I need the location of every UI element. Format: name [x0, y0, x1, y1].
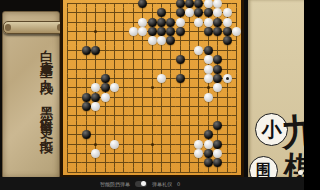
board-cell[interactable]	[129, 130, 138, 139]
board-cell[interactable]	[166, 27, 175, 36]
board-cell[interactable]	[166, 102, 175, 111]
board-cell[interactable]	[138, 0, 147, 8]
board-cell[interactable]	[222, 93, 231, 102]
board-cell[interactable]	[119, 74, 128, 83]
danmaku-toggle-knob[interactable]	[141, 181, 146, 186]
board-cell[interactable]	[72, 130, 81, 139]
board-cell[interactable]	[222, 102, 231, 111]
board-cell[interactable]	[129, 74, 138, 83]
danmaku-toggle[interactable]	[135, 181, 147, 187]
board-cell[interactable]	[194, 17, 203, 26]
board-cell[interactable]	[194, 8, 203, 17]
board-cell[interactable]	[138, 83, 147, 92]
board-cell[interactable]	[194, 121, 203, 130]
board-cell[interactable]	[147, 64, 156, 73]
board-cell[interactable]	[157, 130, 166, 139]
board-cell[interactable]	[91, 55, 100, 64]
board-cell[interactable]	[129, 139, 138, 148]
board-cell[interactable]	[232, 27, 241, 36]
board-cell[interactable]	[110, 139, 119, 148]
board-cell[interactable]	[166, 46, 175, 55]
board-cell[interactable]	[82, 121, 91, 130]
board-cell[interactable]	[176, 121, 185, 130]
board-cell[interactable]	[147, 139, 156, 148]
board-cell[interactable]	[147, 111, 156, 120]
board-cell[interactable]	[176, 55, 185, 64]
board-cell[interactable]	[147, 46, 156, 55]
board-cell[interactable]	[194, 139, 203, 148]
board-cell[interactable]	[82, 74, 91, 83]
board-cell[interactable]	[213, 27, 222, 36]
board-cell[interactable]	[100, 74, 109, 83]
board-cell[interactable]	[232, 17, 241, 26]
board-cell[interactable]	[147, 55, 156, 64]
board-cell[interactable]	[91, 158, 100, 167]
board-cell[interactable]	[72, 83, 81, 92]
board-cell[interactable]	[100, 111, 109, 120]
board-cell[interactable]	[194, 0, 203, 8]
board-cell[interactable]	[119, 168, 128, 177]
board-cell[interactable]	[110, 149, 119, 158]
board-cell[interactable]	[204, 0, 213, 8]
board-cell[interactable]	[232, 111, 241, 120]
board-cell[interactable]	[166, 74, 175, 83]
board-cell[interactable]	[222, 149, 231, 158]
board-cell[interactable]	[91, 102, 100, 111]
board-cell[interactable]	[157, 139, 166, 148]
board-cell[interactable]	[72, 139, 81, 148]
board-cell[interactable]	[176, 83, 185, 92]
board-cell[interactable]	[213, 93, 222, 102]
board-cell[interactable]	[119, 46, 128, 55]
board-cell[interactable]	[194, 46, 203, 55]
board-cell[interactable]	[138, 46, 147, 55]
board-cell[interactable]	[185, 27, 194, 36]
board-cell[interactable]	[63, 168, 72, 177]
board-cell[interactable]	[82, 111, 91, 120]
board-cell[interactable]	[147, 0, 156, 8]
board-cell[interactable]	[129, 0, 138, 8]
board-cell[interactable]	[204, 83, 213, 92]
board-cell[interactable]	[204, 74, 213, 83]
board-cell[interactable]	[213, 64, 222, 73]
board-cell[interactable]	[82, 17, 91, 26]
board-cell[interactable]	[204, 121, 213, 130]
board-cell[interactable]	[138, 149, 147, 158]
board-cell[interactable]	[100, 17, 109, 26]
board-cell[interactable]	[222, 121, 231, 130]
board-cell[interactable]	[232, 83, 241, 92]
board-cell[interactable]	[72, 149, 81, 158]
board-cell[interactable]	[119, 8, 128, 17]
board-cell[interactable]	[63, 17, 72, 26]
board-cell[interactable]	[222, 55, 231, 64]
board-cell[interactable]	[100, 168, 109, 177]
board-cell[interactable]	[213, 74, 222, 83]
board-cell[interactable]	[119, 36, 128, 45]
board-cell[interactable]	[194, 83, 203, 92]
board-cell[interactable]	[166, 17, 175, 26]
board-cell[interactable]	[100, 0, 109, 8]
board-cell[interactable]	[185, 83, 194, 92]
board-cell[interactable]	[119, 93, 128, 102]
board-cell[interactable]	[157, 0, 166, 8]
board-cell[interactable]	[222, 139, 231, 148]
board-cell[interactable]	[100, 46, 109, 55]
board-cell[interactable]	[222, 46, 231, 55]
board-cell[interactable]	[119, 83, 128, 92]
board-cell[interactable]	[100, 83, 109, 92]
board-cell[interactable]	[100, 27, 109, 36]
board-cell[interactable]	[157, 149, 166, 158]
board-cell[interactable]	[63, 36, 72, 45]
board-cell[interactable]	[129, 27, 138, 36]
board-cell[interactable]	[91, 130, 100, 139]
board-cell[interactable]	[232, 46, 241, 55]
board-cell[interactable]	[72, 8, 81, 17]
board-cell[interactable]	[91, 27, 100, 36]
board-cell[interactable]	[232, 64, 241, 73]
board-cell[interactable]	[222, 27, 231, 36]
board-cell[interactable]	[138, 130, 147, 139]
board-cell[interactable]	[138, 102, 147, 111]
board-cell[interactable]	[232, 168, 241, 177]
board-cell[interactable]	[110, 83, 119, 92]
board-cell[interactable]	[82, 36, 91, 45]
board-cell[interactable]	[166, 111, 175, 120]
board-cell[interactable]	[157, 102, 166, 111]
board-cell[interactable]	[157, 17, 166, 26]
board-cell[interactable]	[129, 111, 138, 120]
board-cell[interactable]	[110, 111, 119, 120]
board-cell[interactable]	[119, 17, 128, 26]
board-cell[interactable]	[194, 149, 203, 158]
board-cell[interactable]	[138, 74, 147, 83]
board-cell[interactable]	[138, 139, 147, 148]
board-cell[interactable]	[232, 121, 241, 130]
board-cell[interactable]	[138, 36, 147, 45]
board-cell[interactable]	[100, 149, 109, 158]
board-cell[interactable]	[138, 111, 147, 120]
board-cell[interactable]	[110, 27, 119, 36]
board-cell[interactable]	[72, 55, 81, 64]
board-cell[interactable]	[213, 0, 222, 8]
board-cell[interactable]	[63, 8, 72, 17]
board-cell[interactable]	[129, 55, 138, 64]
board-cell[interactable]	[166, 168, 175, 177]
board-cell[interactable]	[119, 139, 128, 148]
board-cell[interactable]	[176, 158, 185, 167]
board-cell[interactable]	[204, 17, 213, 26]
board-cell[interactable]	[110, 8, 119, 17]
board-cell[interactable]	[119, 111, 128, 120]
board-cell[interactable]	[222, 0, 231, 8]
board-cell[interactable]	[110, 0, 119, 8]
board-cell[interactable]	[63, 27, 72, 36]
board-cell[interactable]	[91, 168, 100, 177]
board-cell[interactable]	[129, 93, 138, 102]
board-cell[interactable]	[91, 0, 100, 8]
board-cell[interactable]	[166, 139, 175, 148]
board-cell[interactable]	[72, 74, 81, 83]
board-cell[interactable]	[166, 130, 175, 139]
board-cell[interactable]	[176, 64, 185, 73]
board-cell[interactable]	[157, 46, 166, 55]
board-cell[interactable]	[204, 168, 213, 177]
board-cell[interactable]	[204, 149, 213, 158]
board-cell[interactable]	[100, 102, 109, 111]
board-cell[interactable]	[232, 36, 241, 45]
board-cell[interactable]	[129, 8, 138, 17]
board-cell[interactable]	[166, 55, 175, 64]
board-cell[interactable]	[222, 64, 231, 73]
board-cell[interactable]	[119, 0, 128, 8]
board-cell[interactable]	[185, 111, 194, 120]
board-cell[interactable]	[91, 111, 100, 120]
board-cell[interactable]	[185, 64, 194, 73]
board-cell[interactable]	[185, 0, 194, 8]
board-cell[interactable]	[176, 111, 185, 120]
board-cell[interactable]	[194, 27, 203, 36]
board-cell[interactable]	[100, 158, 109, 167]
board-cell[interactable]	[204, 64, 213, 73]
board-cell[interactable]	[232, 149, 241, 158]
board-cell[interactable]	[119, 149, 128, 158]
board-cell[interactable]	[194, 168, 203, 177]
board-cell[interactable]	[72, 46, 81, 55]
board-cell[interactable]	[194, 55, 203, 64]
board-cell[interactable]	[232, 8, 241, 17]
board-cell[interactable]	[91, 93, 100, 102]
board-cell[interactable]	[72, 17, 81, 26]
board-cell[interactable]	[82, 64, 91, 73]
board-cell[interactable]	[185, 93, 194, 102]
board-cell[interactable]	[166, 64, 175, 73]
board-cell[interactable]	[138, 64, 147, 73]
board-cell[interactable]	[72, 158, 81, 167]
board-cell[interactable]	[213, 8, 222, 17]
board-cell[interactable]	[147, 149, 156, 158]
board-cell[interactable]	[204, 102, 213, 111]
board-cell[interactable]	[147, 83, 156, 92]
board-cell[interactable]	[222, 158, 231, 167]
board-cell[interactable]	[194, 111, 203, 120]
board-cell[interactable]	[213, 36, 222, 45]
board-cell[interactable]	[176, 17, 185, 26]
board-cell[interactable]	[82, 158, 91, 167]
board-cell[interactable]	[63, 130, 72, 139]
board-cell[interactable]	[185, 46, 194, 55]
board-cell[interactable]	[166, 0, 175, 8]
board-cell[interactable]	[222, 83, 231, 92]
board-cell[interactable]	[176, 102, 185, 111]
board-cell[interactable]	[204, 130, 213, 139]
board-cell[interactable]	[72, 27, 81, 36]
board-cell[interactable]	[204, 46, 213, 55]
board-cell[interactable]	[166, 36, 175, 45]
board-cell[interactable]	[91, 36, 100, 45]
board-cell[interactable]	[63, 121, 72, 130]
board-cell[interactable]	[213, 149, 222, 158]
board-cell[interactable]	[147, 17, 156, 26]
board-cell[interactable]	[232, 158, 241, 167]
board-cell[interactable]	[82, 46, 91, 55]
board-cell[interactable]	[138, 55, 147, 64]
board-cell[interactable]	[232, 139, 241, 148]
board-cell[interactable]	[185, 168, 194, 177]
board-cell[interactable]	[138, 93, 147, 102]
board-cell[interactable]	[185, 102, 194, 111]
board-cell[interactable]	[63, 102, 72, 111]
board-cell[interactable]	[82, 102, 91, 111]
board-cell[interactable]	[147, 121, 156, 130]
board-cell[interactable]	[157, 158, 166, 167]
board-cell[interactable]	[194, 130, 203, 139]
board-cell[interactable]	[232, 93, 241, 102]
board-cell[interactable]	[110, 93, 119, 102]
board-cell[interactable]	[82, 8, 91, 17]
board-cell[interactable]	[194, 36, 203, 45]
board-cell[interactable]	[100, 36, 109, 45]
board-cell[interactable]	[63, 55, 72, 64]
board-cell[interactable]	[147, 158, 156, 167]
board-cell[interactable]	[147, 8, 156, 17]
board-cell[interactable]	[91, 17, 100, 26]
board-cell[interactable]	[138, 168, 147, 177]
board-cell[interactable]	[213, 55, 222, 64]
board-cell[interactable]	[232, 0, 241, 8]
board-cell[interactable]	[222, 17, 231, 26]
board-cell[interactable]	[129, 168, 138, 177]
board-cell[interactable]	[72, 36, 81, 45]
board-cell[interactable]	[110, 158, 119, 167]
board-cell[interactable]	[119, 130, 128, 139]
board-cell[interactable]	[100, 64, 109, 73]
board-cell[interactable]	[176, 139, 185, 148]
board-cell[interactable]	[63, 158, 72, 167]
board-cell[interactable]	[100, 93, 109, 102]
board-cell[interactable]	[110, 74, 119, 83]
board-cell[interactable]	[129, 158, 138, 167]
board-cell[interactable]	[185, 8, 194, 17]
board-cell[interactable]	[110, 36, 119, 45]
board-cell[interactable]	[110, 130, 119, 139]
board-cell[interactable]	[185, 158, 194, 167]
board-cell[interactable]	[232, 74, 241, 83]
board-cell[interactable]	[176, 130, 185, 139]
board-cell[interactable]	[157, 8, 166, 17]
board-cell[interactable]	[176, 0, 185, 8]
board-cell[interactable]	[185, 55, 194, 64]
board-cell[interactable]	[204, 93, 213, 102]
board-cell[interactable]	[166, 149, 175, 158]
board-cell[interactable]	[129, 102, 138, 111]
board-cell[interactable]	[157, 111, 166, 120]
board-cell[interactable]	[157, 168, 166, 177]
board-cell[interactable]	[119, 27, 128, 36]
board-cell[interactable]	[91, 121, 100, 130]
board-cell[interactable]	[176, 149, 185, 158]
board-cell[interactable]	[72, 93, 81, 102]
board-cell[interactable]	[110, 121, 119, 130]
board-cell[interactable]	[72, 102, 81, 111]
board-cell[interactable]	[147, 93, 156, 102]
board-cell[interactable]	[72, 111, 81, 120]
board-cell[interactable]	[82, 93, 91, 102]
board-cell[interactable]	[194, 74, 203, 83]
board-cell[interactable]	[204, 55, 213, 64]
board-cell[interactable]	[147, 168, 156, 177]
board-cell[interactable]	[222, 111, 231, 120]
board-cell[interactable]	[222, 130, 231, 139]
board-cell[interactable]	[176, 168, 185, 177]
board-cell[interactable]	[82, 149, 91, 158]
board-cell[interactable]	[157, 36, 166, 45]
board-cell[interactable]	[63, 83, 72, 92]
board-cell[interactable]	[138, 158, 147, 167]
board-cell[interactable]	[185, 130, 194, 139]
board-cell[interactable]	[91, 8, 100, 17]
board-cell[interactable]	[166, 93, 175, 102]
board-cell[interactable]	[185, 139, 194, 148]
board-cell[interactable]	[232, 55, 241, 64]
board-cell[interactable]	[119, 121, 128, 130]
board-cell[interactable]	[213, 83, 222, 92]
board-cell[interactable]	[110, 46, 119, 55]
board-cell[interactable]	[147, 36, 156, 45]
board-cell[interactable]	[204, 139, 213, 148]
board-cell[interactable]	[147, 130, 156, 139]
board-cell[interactable]	[166, 121, 175, 130]
board-cell[interactable]	[63, 0, 72, 8]
board-cell[interactable]	[157, 93, 166, 102]
board-cell[interactable]	[213, 17, 222, 26]
board-cell[interactable]	[72, 121, 81, 130]
board-cell[interactable]	[129, 46, 138, 55]
board-cell[interactable]	[129, 64, 138, 73]
board-cell[interactable]	[166, 8, 175, 17]
board-cell[interactable]	[82, 83, 91, 92]
board-cell[interactable]	[138, 121, 147, 130]
board-cell[interactable]	[119, 158, 128, 167]
board-cell[interactable]	[213, 130, 222, 139]
board-cell[interactable]	[63, 46, 72, 55]
board-cell[interactable]	[91, 149, 100, 158]
board-cell[interactable]	[185, 36, 194, 45]
board-cell[interactable]	[82, 139, 91, 148]
board-cell[interactable]	[129, 149, 138, 158]
board-cell[interactable]	[204, 158, 213, 167]
board-cell[interactable]	[157, 64, 166, 73]
board-cell[interactable]	[129, 83, 138, 92]
board-cell[interactable]	[222, 74, 231, 83]
board-cell[interactable]	[176, 74, 185, 83]
board-cell[interactable]	[185, 17, 194, 26]
board-cell[interactable]	[213, 158, 222, 167]
board-cell[interactable]	[157, 121, 166, 130]
board-cell[interactable]	[138, 17, 147, 26]
board-cell[interactable]	[100, 121, 109, 130]
board-cell[interactable]	[100, 139, 109, 148]
board-cell[interactable]	[119, 64, 128, 73]
board-cell[interactable]	[176, 36, 185, 45]
board-cell[interactable]	[129, 17, 138, 26]
board-cell[interactable]	[204, 8, 213, 17]
board-cell[interactable]	[157, 74, 166, 83]
board-cell[interactable]	[213, 111, 222, 120]
board-cell[interactable]	[204, 27, 213, 36]
board-cell[interactable]	[82, 0, 91, 8]
